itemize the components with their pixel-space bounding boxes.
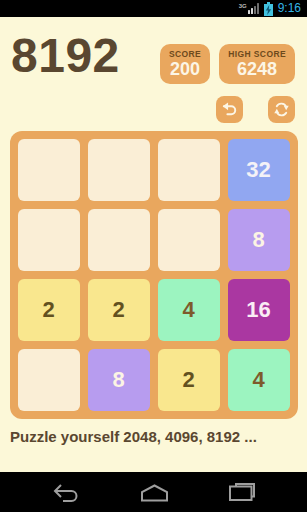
high-score-value: 6248 — [237, 59, 277, 80]
network-signal-icon: 3G — [239, 3, 259, 14]
empty-cell — [88, 209, 150, 271]
phone-screen: 3G 9:16 8192 SCORE 200 HIGH SCORE — [0, 0, 307, 512]
empty-cell — [18, 349, 80, 411]
high-score-box: HIGH SCORE 6248 — [219, 44, 295, 84]
restart-button[interactable] — [268, 96, 295, 123]
tile-16: 16 — [228, 279, 290, 341]
empty-cell — [18, 209, 80, 271]
tile-32: 32 — [228, 139, 290, 201]
empty-cell — [88, 139, 150, 201]
empty-cell — [158, 139, 220, 201]
tile-4: 4 — [228, 349, 290, 411]
recents-icon — [228, 482, 256, 502]
tile-4: 4 — [158, 279, 220, 341]
tile-2: 2 — [158, 349, 220, 411]
header: 8192 SCORE 200 HIGH SCORE 6248 — [0, 30, 307, 84]
empty-cell — [158, 209, 220, 271]
network-type-label: 3G — [239, 3, 247, 9]
undo-button[interactable] — [216, 96, 243, 123]
empty-cell — [18, 139, 80, 201]
back-button[interactable] — [52, 482, 81, 503]
status-time: 9:16 — [278, 0, 301, 17]
app-title: 8192 — [11, 30, 120, 82]
status-bar: 3G 9:16 — [0, 0, 307, 17]
recents-button[interactable] — [228, 482, 256, 502]
score-value: 200 — [170, 59, 200, 80]
lightning-bolt-icon — [265, 5, 272, 15]
score-panel: SCORE 200 HIGH SCORE 6248 — [160, 44, 295, 84]
home-button[interactable] — [139, 483, 170, 502]
undo-icon — [221, 101, 238, 118]
board[interactable]: 32822416824 — [10, 131, 298, 419]
tagline: Puzzle yourself 2048, 4096, 8192 ... — [10, 428, 307, 445]
high-score-label: HIGH SCORE — [228, 49, 286, 59]
toolbar — [0, 96, 295, 123]
score-label: SCORE — [169, 49, 201, 59]
app-content: 8192 SCORE 200 HIGH SCORE 6248 — [0, 17, 307, 472]
score-box: SCORE 200 — [160, 44, 210, 84]
tile-8: 8 — [228, 209, 290, 271]
refresh-icon — [273, 101, 290, 118]
android-nav-bar — [0, 472, 307, 512]
back-icon — [52, 482, 81, 503]
signal-bars-icon — [248, 3, 259, 14]
tile-2: 2 — [88, 279, 150, 341]
battery-charging-icon — [264, 2, 273, 16]
tile-2: 2 — [18, 279, 80, 341]
tile-8: 8 — [88, 349, 150, 411]
home-icon — [139, 483, 170, 502]
